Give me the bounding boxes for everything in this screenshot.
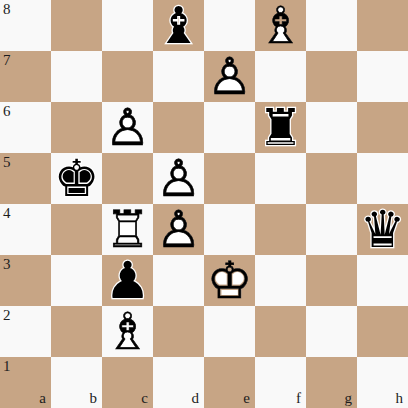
white-king[interactable]: ♚♔ xyxy=(204,255,255,306)
square-c7[interactable] xyxy=(102,51,153,102)
square-h5[interactable] xyxy=(357,153,408,204)
square-a2[interactable]: 2 xyxy=(0,306,51,357)
black-pawn[interactable]: ♟♟ xyxy=(102,255,153,306)
square-a8[interactable]: 8 xyxy=(0,0,51,51)
chess-board: 8♝♝♝♗7♟♙6♟♙♜♜5♚♚♟♙4♜♖♟♙♛♛3♟♟♚♔2♝♗1abcdef… xyxy=(0,0,408,408)
square-c1[interactable]: c xyxy=(102,357,153,408)
black-rook[interactable]: ♜♜ xyxy=(255,102,306,153)
square-f7[interactable] xyxy=(255,51,306,102)
square-c5[interactable] xyxy=(102,153,153,204)
white-pawn[interactable]: ♟♙ xyxy=(102,102,153,153)
square-c3[interactable]: ♟♟ xyxy=(102,255,153,306)
file-label-a: a xyxy=(39,391,46,406)
square-a3[interactable]: 3 xyxy=(0,255,51,306)
white-pawn-glyph-fill: ♟ xyxy=(102,102,153,153)
square-f1[interactable]: f xyxy=(255,357,306,408)
square-b7[interactable] xyxy=(51,51,102,102)
square-d2[interactable] xyxy=(153,306,204,357)
white-bishop-glyph-fill: ♝ xyxy=(102,306,153,357)
white-pawn-glyph: ♙ xyxy=(153,153,204,204)
square-e7[interactable]: ♟♙ xyxy=(204,51,255,102)
black-pawn-glyph: ♟ xyxy=(102,255,153,306)
square-f2[interactable] xyxy=(255,306,306,357)
white-pawn[interactable]: ♟♙ xyxy=(153,153,204,204)
square-h3[interactable] xyxy=(357,255,408,306)
white-pawn[interactable]: ♟♙ xyxy=(204,51,255,102)
square-f8[interactable]: ♝♗ xyxy=(255,0,306,51)
white-bishop[interactable]: ♝♗ xyxy=(255,0,306,51)
file-label-c: c xyxy=(141,391,148,406)
square-g3[interactable] xyxy=(306,255,357,306)
square-c8[interactable] xyxy=(102,0,153,51)
white-pawn-glyph: ♙ xyxy=(204,51,255,102)
white-pawn[interactable]: ♟♙ xyxy=(153,204,204,255)
square-b8[interactable] xyxy=(51,0,102,51)
rank-label-6: 6 xyxy=(3,104,11,119)
rank-label-7: 7 xyxy=(3,53,11,68)
white-pawn-glyph-fill: ♟ xyxy=(153,204,204,255)
square-h6[interactable] xyxy=(357,102,408,153)
white-pawn-glyph-fill: ♟ xyxy=(204,51,255,102)
black-queen-glyph-fill: ♛ xyxy=(357,204,408,255)
white-pawn-glyph-fill: ♟ xyxy=(153,153,204,204)
square-e5[interactable] xyxy=(204,153,255,204)
square-g2[interactable] xyxy=(306,306,357,357)
rank-label-4: 4 xyxy=(3,206,11,221)
square-e3[interactable]: ♚♔ xyxy=(204,255,255,306)
square-b1[interactable]: b xyxy=(51,357,102,408)
square-d3[interactable] xyxy=(153,255,204,306)
rank-label-5: 5 xyxy=(3,155,11,170)
square-g5[interactable] xyxy=(306,153,357,204)
white-rook-glyph-fill: ♜ xyxy=(102,204,153,255)
square-h8[interactable] xyxy=(357,0,408,51)
rank-label-1: 1 xyxy=(3,359,11,374)
square-e1[interactable]: e xyxy=(204,357,255,408)
square-e8[interactable] xyxy=(204,0,255,51)
square-a6[interactable]: 6 xyxy=(0,102,51,153)
square-e4[interactable] xyxy=(204,204,255,255)
square-g4[interactable] xyxy=(306,204,357,255)
rank-label-8: 8 xyxy=(3,2,11,17)
black-king-glyph-fill: ♚ xyxy=(51,153,102,204)
square-h2[interactable] xyxy=(357,306,408,357)
square-e2[interactable] xyxy=(204,306,255,357)
white-king-glyph-fill: ♚ xyxy=(204,255,255,306)
square-d4[interactable]: ♟♙ xyxy=(153,204,204,255)
square-d5[interactable]: ♟♙ xyxy=(153,153,204,204)
white-pawn-glyph: ♙ xyxy=(102,102,153,153)
square-b6[interactable] xyxy=(51,102,102,153)
white-bishop-glyph-fill: ♝ xyxy=(255,0,306,51)
black-queen[interactable]: ♛♛ xyxy=(357,204,408,255)
black-bishop-glyph: ♝ xyxy=(153,0,204,51)
square-b2[interactable] xyxy=(51,306,102,357)
file-label-h: h xyxy=(396,391,404,406)
square-a5[interactable]: 5 xyxy=(0,153,51,204)
white-bishop-glyph: ♗ xyxy=(102,306,153,357)
file-label-e: e xyxy=(243,391,250,406)
square-f3[interactable] xyxy=(255,255,306,306)
black-king-glyph: ♚ xyxy=(51,153,102,204)
square-g8[interactable] xyxy=(306,0,357,51)
square-e6[interactable] xyxy=(204,102,255,153)
white-bishop-glyph: ♗ xyxy=(255,0,306,51)
square-a1[interactable]: 1a xyxy=(0,357,51,408)
square-g7[interactable] xyxy=(306,51,357,102)
file-label-b: b xyxy=(90,391,98,406)
file-label-f: f xyxy=(296,391,301,406)
white-rook[interactable]: ♜♖ xyxy=(102,204,153,255)
square-h4[interactable]: ♛♛ xyxy=(357,204,408,255)
white-bishop[interactable]: ♝♗ xyxy=(102,306,153,357)
square-b3[interactable] xyxy=(51,255,102,306)
square-a4[interactable]: 4 xyxy=(0,204,51,255)
file-label-g: g xyxy=(345,391,353,406)
black-bishop[interactable]: ♝♝ xyxy=(153,0,204,51)
square-g6[interactable] xyxy=(306,102,357,153)
square-d1[interactable]: d xyxy=(153,357,204,408)
square-f6[interactable]: ♜♜ xyxy=(255,102,306,153)
square-g1[interactable]: g xyxy=(306,357,357,408)
black-rook-glyph: ♜ xyxy=(255,102,306,153)
square-b5[interactable]: ♚♚ xyxy=(51,153,102,204)
white-king-glyph: ♔ xyxy=(204,255,255,306)
rank-label-2: 2 xyxy=(3,308,11,323)
white-pawn-glyph: ♙ xyxy=(153,204,204,255)
file-label-d: d xyxy=(192,391,200,406)
black-king[interactable]: ♚♚ xyxy=(51,153,102,204)
square-b4[interactable] xyxy=(51,204,102,255)
square-c2[interactable]: ♝♗ xyxy=(102,306,153,357)
square-d8[interactable]: ♝♝ xyxy=(153,0,204,51)
square-f5[interactable] xyxy=(255,153,306,204)
rank-label-3: 3 xyxy=(3,257,11,272)
square-d7[interactable] xyxy=(153,51,204,102)
square-h1[interactable]: h xyxy=(357,357,408,408)
square-c6[interactable]: ♟♙ xyxy=(102,102,153,153)
square-h7[interactable] xyxy=(357,51,408,102)
square-a7[interactable]: 7 xyxy=(0,51,51,102)
black-pawn-glyph-fill: ♟ xyxy=(102,255,153,306)
black-queen-glyph: ♛ xyxy=(357,204,408,255)
black-bishop-glyph-fill: ♝ xyxy=(153,0,204,51)
black-rook-glyph-fill: ♜ xyxy=(255,102,306,153)
white-rook-glyph: ♖ xyxy=(102,204,153,255)
square-f4[interactable] xyxy=(255,204,306,255)
square-c4[interactable]: ♜♖ xyxy=(102,204,153,255)
square-d6[interactable] xyxy=(153,102,204,153)
